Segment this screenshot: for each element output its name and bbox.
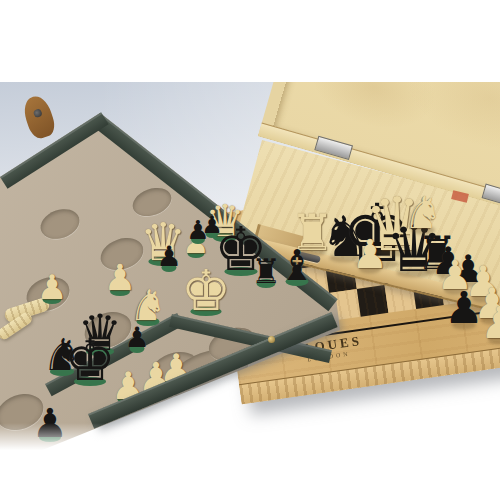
black-pawn-glyph: ♟	[124, 324, 149, 352]
brass-screw-icon	[268, 336, 275, 343]
photo-area: JAQUES LONDON ♜♞♚♟♛♛♞♜♟♟♟♟♟♟♟ ♟♟♛♟♛♚♞♟♟♟…	[0, 82, 500, 455]
black-pawn-glyph: ♟	[156, 243, 181, 271]
black-rook-glyph: ♜	[251, 254, 281, 288]
felt-recess	[36, 204, 83, 244]
black-bishop-glyph: ♝	[278, 245, 316, 287]
white-pawn-glyph: ♟	[37, 270, 67, 304]
listing-photo: JAQUES LONDON ♜♞♚♟♛♛♞♜♟♟♟♟♟♟♟ ♟♟♛♟♛♚♞♟♟♟…	[0, 0, 500, 500]
white-pawn-glyph: ♟	[480, 301, 500, 345]
photo-bottom-fade	[0, 423, 500, 455]
black-king-glyph: ♚	[64, 331, 116, 389]
